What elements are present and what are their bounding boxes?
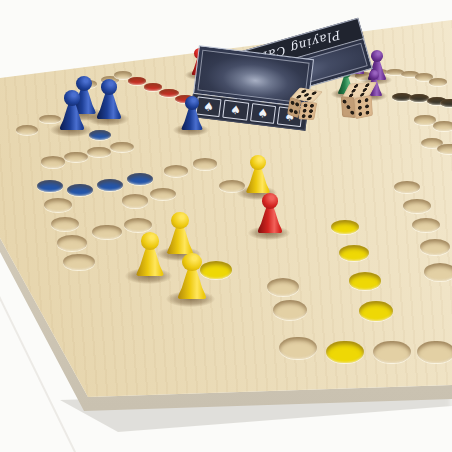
board-hole-plain bbox=[92, 225, 121, 240]
board-hole-plain bbox=[394, 181, 420, 193]
board-hole-red bbox=[128, 77, 146, 84]
yellow-pawn bbox=[178, 253, 207, 299]
yellow-pawn bbox=[246, 155, 270, 193]
board-hole-plain bbox=[417, 341, 452, 364]
board-hole-plain bbox=[403, 199, 430, 212]
board-hole-plain bbox=[273, 300, 308, 320]
board-hole-plain bbox=[433, 121, 452, 130]
board-hole-plain bbox=[39, 115, 60, 124]
board-hole-plain bbox=[279, 337, 316, 360]
board-hole-plain bbox=[63, 254, 94, 271]
board-hole-plain bbox=[193, 158, 217, 169]
board-hole-yellow bbox=[326, 341, 363, 364]
board-hole-plain bbox=[164, 165, 189, 177]
red-pawn bbox=[258, 193, 283, 233]
die-right-face bbox=[354, 96, 374, 120]
die-right-face bbox=[298, 101, 317, 120]
yellow-pawn bbox=[167, 212, 193, 254]
board-hole-plain bbox=[122, 194, 149, 207]
board-hole-plain bbox=[87, 147, 110, 158]
board-hole-plain bbox=[57, 235, 87, 251]
board-hole-black bbox=[409, 94, 429, 102]
board-hole-plain bbox=[414, 115, 435, 124]
board-hole-blue bbox=[97, 179, 123, 191]
blue-pawn bbox=[60, 90, 85, 130]
board-hole-plain bbox=[429, 78, 448, 85]
yellow-pawn bbox=[136, 232, 163, 276]
board-hole-plain bbox=[424, 263, 452, 280]
board-hole-blue bbox=[89, 130, 111, 140]
spade-icon: ♠ bbox=[223, 100, 249, 121]
wooden-die bbox=[288, 87, 319, 120]
board-hole-plain bbox=[44, 198, 71, 211]
wooden-die bbox=[341, 83, 373, 119]
board-hole-plain bbox=[41, 156, 65, 167]
board-hole-yellow bbox=[349, 272, 381, 290]
board-hole-plain bbox=[16, 125, 38, 135]
board-hole-plain bbox=[437, 144, 452, 154]
spade-icon: ♠ bbox=[250, 103, 276, 124]
board-hole-plain bbox=[420, 239, 450, 255]
board-hole-blue bbox=[127, 173, 152, 185]
board-hole-plain bbox=[373, 341, 410, 364]
board-hole-plain bbox=[110, 142, 133, 152]
board-hole-yellow bbox=[359, 301, 394, 321]
board-game-photo: Playing Cards ♠ ♠ ♠ ♠ bbox=[0, 0, 452, 452]
blue-pawn bbox=[181, 96, 202, 130]
blue-pawn bbox=[97, 79, 122, 119]
board-hole-red bbox=[144, 83, 163, 91]
board-hole-red bbox=[159, 89, 178, 97]
board-hole-blue bbox=[37, 180, 63, 192]
